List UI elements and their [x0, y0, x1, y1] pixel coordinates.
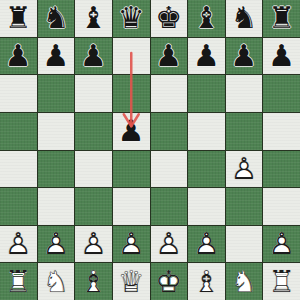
square-f4[interactable]: [188, 151, 225, 188]
piece-outline-layer: ♙: [193, 229, 220, 259]
piece-black-knight[interactable]: ♞: [231, 3, 258, 33]
piece-black-pawn[interactable]: ♟: [5, 41, 32, 71]
square-f8[interactable]: ♝: [188, 0, 225, 37]
square-g1[interactable]: ♞♘: [226, 263, 263, 300]
piece-outline-layer: ♙: [155, 229, 182, 259]
square-c5[interactable]: [75, 113, 112, 150]
piece-white-pawn[interactable]: ♟♙: [118, 229, 145, 259]
piece-outline-layer: ♙: [268, 229, 295, 259]
square-b8[interactable]: ♞: [38, 0, 75, 37]
piece-outline-layer: ♖: [5, 267, 32, 297]
piece-outline-layer: ♙: [231, 154, 258, 184]
square-a4[interactable]: [0, 151, 37, 188]
square-f1[interactable]: ♝♗: [188, 263, 225, 300]
piece-outline-layer: ♖: [268, 267, 295, 297]
square-d3[interactable]: [113, 188, 150, 225]
piece-outline-layer: ♘: [231, 267, 258, 297]
square-a5[interactable]: [0, 113, 37, 150]
square-f7[interactable]: ♟: [188, 38, 225, 75]
square-b5[interactable]: [38, 113, 75, 150]
square-h6[interactable]: [263, 75, 300, 112]
piece-white-pawn[interactable]: ♟♙: [268, 229, 295, 259]
square-d2[interactable]: ♟♙: [113, 226, 150, 263]
chess-board-window: ♜♞♝♛♚♝♞♜♟♟♟♟♟♟♟♟♟♙♟♙♟♙♟♙♟♙♟♙♟♙♟♙♜♖♞♘♝♗♛♕…: [0, 0, 300, 300]
square-e3[interactable]: [151, 188, 188, 225]
square-c8[interactable]: ♝: [75, 0, 112, 37]
square-b2[interactable]: ♟♙: [38, 226, 75, 263]
square-a3[interactable]: [0, 188, 37, 225]
piece-outline-layer: ♙: [80, 229, 107, 259]
square-e6[interactable]: [151, 75, 188, 112]
piece-black-queen[interactable]: ♛: [118, 3, 145, 33]
square-f5[interactable]: [188, 113, 225, 150]
square-a2[interactable]: ♟♙: [0, 226, 37, 263]
piece-white-pawn[interactable]: ♟♙: [80, 229, 107, 259]
square-d7[interactable]: [113, 38, 150, 75]
square-h4[interactable]: [263, 151, 300, 188]
square-g2[interactable]: [226, 226, 263, 263]
square-h3[interactable]: [263, 188, 300, 225]
piece-white-pawn[interactable]: ♟♙: [42, 229, 69, 259]
square-a1[interactable]: ♜♖: [0, 263, 37, 300]
piece-white-rook[interactable]: ♜♖: [5, 267, 32, 297]
square-b7[interactable]: ♟: [38, 38, 75, 75]
square-f2[interactable]: ♟♙: [188, 226, 225, 263]
square-c2[interactable]: ♟♙: [75, 226, 112, 263]
square-e2[interactable]: ♟♙: [151, 226, 188, 263]
square-d5[interactable]: ♟: [113, 113, 150, 150]
square-b6[interactable]: [38, 75, 75, 112]
piece-white-bishop[interactable]: ♝♗: [80, 267, 107, 297]
piece-black-pawn[interactable]: ♟: [231, 41, 258, 71]
square-g4[interactable]: ♟♙: [226, 151, 263, 188]
piece-black-pawn[interactable]: ♟: [268, 41, 295, 71]
square-e7[interactable]: ♟: [151, 38, 188, 75]
piece-outline-layer: ♕: [118, 267, 145, 297]
piece-outline-layer: ♙: [5, 229, 32, 259]
piece-white-pawn[interactable]: ♟♙: [193, 229, 220, 259]
piece-black-pawn[interactable]: ♟: [118, 116, 145, 146]
piece-black-pawn[interactable]: ♟: [193, 41, 220, 71]
piece-white-king[interactable]: ♚♔: [155, 267, 182, 297]
square-c4[interactable]: [75, 151, 112, 188]
square-a8[interactable]: ♜: [0, 0, 37, 37]
square-d1[interactable]: ♛♕: [113, 263, 150, 300]
square-d6[interactable]: [113, 75, 150, 112]
piece-black-pawn[interactable]: ♟: [42, 41, 69, 71]
square-c6[interactable]: [75, 75, 112, 112]
piece-outline-layer: ♙: [42, 229, 69, 259]
square-d8[interactable]: ♛: [113, 0, 150, 37]
square-g5[interactable]: [226, 113, 263, 150]
square-g3[interactable]: [226, 188, 263, 225]
piece-white-pawn[interactable]: ♟♙: [155, 229, 182, 259]
piece-white-bishop[interactable]: ♝♗: [193, 267, 220, 297]
piece-white-rook[interactable]: ♜♖: [268, 267, 295, 297]
piece-outline-layer: ♘: [42, 267, 69, 297]
piece-white-pawn[interactable]: ♟♙: [5, 229, 32, 259]
piece-black-bishop[interactable]: ♝: [193, 3, 220, 33]
square-h8[interactable]: ♜: [263, 0, 300, 37]
piece-black-king[interactable]: ♚: [155, 3, 182, 33]
chess-board: ♜♞♝♛♚♝♞♜♟♟♟♟♟♟♟♟♟♙♟♙♟♙♟♙♟♙♟♙♟♙♟♙♜♖♞♘♝♗♛♕…: [0, 0, 300, 300]
square-e5[interactable]: [151, 113, 188, 150]
square-c3[interactable]: [75, 188, 112, 225]
piece-black-pawn[interactable]: ♟: [80, 41, 107, 71]
square-a7[interactable]: ♟: [0, 38, 37, 75]
piece-white-queen[interactable]: ♛♕: [118, 267, 145, 297]
square-c1[interactable]: ♝♗: [75, 263, 112, 300]
square-d4[interactable]: [113, 151, 150, 188]
piece-black-bishop[interactable]: ♝: [80, 3, 107, 33]
square-b1[interactable]: ♞♘: [38, 263, 75, 300]
square-b3[interactable]: [38, 188, 75, 225]
piece-black-rook[interactable]: ♜: [268, 3, 295, 33]
square-c7[interactable]: ♟: [75, 38, 112, 75]
piece-white-knight[interactable]: ♞♘: [42, 267, 69, 297]
piece-outline-layer: ♗: [193, 267, 220, 297]
piece-black-knight[interactable]: ♞: [42, 3, 69, 33]
square-e1[interactable]: ♚♔: [151, 263, 188, 300]
square-e8[interactable]: ♚: [151, 0, 188, 37]
piece-white-pawn[interactable]: ♟♙: [231, 154, 258, 184]
square-a6[interactable]: [0, 75, 37, 112]
piece-black-rook[interactable]: ♜: [5, 3, 32, 33]
square-g7[interactable]: ♟: [226, 38, 263, 75]
square-h5[interactable]: [263, 113, 300, 150]
square-b4[interactable]: [38, 151, 75, 188]
piece-white-knight[interactable]: ♞♘: [231, 267, 258, 297]
square-g6[interactable]: [226, 75, 263, 112]
square-h2[interactable]: ♟♙: [263, 226, 300, 263]
piece-outline-layer: ♙: [118, 229, 145, 259]
square-f6[interactable]: [188, 75, 225, 112]
piece-black-pawn[interactable]: ♟: [155, 41, 182, 71]
square-f3[interactable]: [188, 188, 225, 225]
square-e4[interactable]: [151, 151, 188, 188]
square-h7[interactable]: ♟: [263, 38, 300, 75]
piece-outline-layer: ♔: [155, 267, 182, 297]
square-g8[interactable]: ♞: [226, 0, 263, 37]
piece-outline-layer: ♗: [80, 267, 107, 297]
square-h1[interactable]: ♜♖: [263, 263, 300, 300]
